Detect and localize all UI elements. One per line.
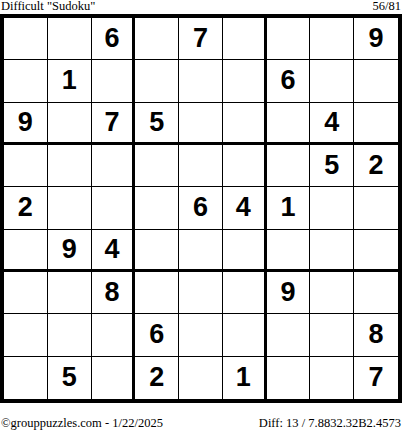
cell-r9c7-empty[interactable] [267,357,311,399]
cell-r2c9-empty[interactable] [354,60,398,102]
cell-r7c8-empty[interactable] [310,272,354,314]
cell-r5c4-empty[interactable] [135,187,179,229]
cell-r8c6-empty[interactable] [223,314,267,356]
cell-r8c5-empty[interactable] [179,314,223,356]
cell-r2c8-empty[interactable] [310,60,354,102]
cell-r5c9-empty[interactable] [354,187,398,229]
cell-r2c5-empty[interactable] [179,60,223,102]
cell-r4c2-empty[interactable] [48,145,92,187]
cell-r3c9-empty[interactable] [354,103,398,145]
cell-r1c7-empty[interactable] [267,18,311,60]
cell-r5c6-given[interactable]: 4 [223,187,267,229]
sudoku-page: Difficult "Sudoku" 56/81 679169754522641… [0,0,402,437]
cell-r2c6-empty[interactable] [223,60,267,102]
footer-copyright: ©grouppuzzles.com - 1/22/2025 [1,416,163,430]
cell-r4c7-empty[interactable] [267,145,311,187]
cell-r9c2-given[interactable]: 5 [48,357,92,399]
cell-r4c8-given[interactable]: 5 [310,145,354,187]
cell-r8c7-empty[interactable] [267,314,311,356]
cell-r7c3-given[interactable]: 8 [92,272,136,314]
cell-r7c7-given[interactable]: 9 [267,272,311,314]
cell-r3c6-empty[interactable] [223,103,267,145]
cell-r7c1-empty[interactable] [4,272,48,314]
cell-r4c9-given[interactable]: 2 [354,145,398,187]
cell-r9c6-given[interactable]: 1 [223,357,267,399]
page-title: Difficult "Sudoku" [1,0,95,13]
cell-r3c2-empty[interactable] [48,103,92,145]
cell-r3c1-given[interactable]: 9 [4,103,48,145]
sudoku-board: 6791697545226419489685217 [0,14,402,403]
cell-r7c4-empty[interactable] [135,272,179,314]
cell-r5c8-empty[interactable] [310,187,354,229]
cell-r4c6-empty[interactable] [223,145,267,187]
cell-r8c8-empty[interactable] [310,314,354,356]
cell-r3c7-empty[interactable] [267,103,311,145]
cell-r2c4-empty[interactable] [135,60,179,102]
cell-r3c3-given[interactable]: 7 [92,103,136,145]
cell-r1c2-empty[interactable] [48,18,92,60]
cell-r5c7-given[interactable]: 1 [267,187,311,229]
cell-r9c9-given[interactable]: 7 [354,357,398,399]
cell-r2c1-empty[interactable] [4,60,48,102]
cell-r6c9-empty[interactable] [354,230,398,272]
cell-r7c9-empty[interactable] [354,272,398,314]
cell-r1c6-empty[interactable] [223,18,267,60]
footer-difficulty: Diff: 13 / 7.8832.32B2.4573 [259,416,401,430]
cell-r9c4-given[interactable]: 2 [135,357,179,399]
cell-r6c8-empty[interactable] [310,230,354,272]
cell-r4c4-empty[interactable] [135,145,179,187]
cell-r9c1-empty[interactable] [4,357,48,399]
cell-r2c2-given[interactable]: 1 [48,60,92,102]
cell-r6c2-given[interactable]: 9 [48,230,92,272]
cell-r1c5-given[interactable]: 7 [179,18,223,60]
cell-r1c8-empty[interactable] [310,18,354,60]
cell-r4c5-empty[interactable] [179,145,223,187]
cell-r6c3-given[interactable]: 4 [92,230,136,272]
cell-r5c1-given[interactable]: 2 [4,187,48,229]
cell-r4c3-empty[interactable] [92,145,136,187]
cell-r8c3-empty[interactable] [92,314,136,356]
cell-r8c9-given[interactable]: 8 [354,314,398,356]
cell-r8c2-empty[interactable] [48,314,92,356]
cell-r9c5-empty[interactable] [179,357,223,399]
cells-remaining-counter: 56/81 [373,0,401,13]
cell-r3c4-given[interactable]: 5 [135,103,179,145]
cell-r9c3-empty[interactable] [92,357,136,399]
cell-r6c1-empty[interactable] [4,230,48,272]
cell-r1c4-empty[interactable] [135,18,179,60]
cell-r1c3-given[interactable]: 6 [92,18,136,60]
header: Difficult "Sudoku" 56/81 [0,0,402,14]
cell-r6c6-empty[interactable] [223,230,267,272]
cell-r8c4-given[interactable]: 6 [135,314,179,356]
cell-r7c2-empty[interactable] [48,272,92,314]
cell-r7c5-empty[interactable] [179,272,223,314]
cell-r2c7-given[interactable]: 6 [267,60,311,102]
cell-r1c1-empty[interactable] [4,18,48,60]
cell-r6c5-empty[interactable] [179,230,223,272]
cell-r6c4-empty[interactable] [135,230,179,272]
cell-r3c5-empty[interactable] [179,103,223,145]
footer: ©grouppuzzles.com - 1/22/2025 Diff: 13 /… [0,416,402,430]
cell-r6c7-empty[interactable] [267,230,311,272]
cell-r5c3-empty[interactable] [92,187,136,229]
cell-r3c8-given[interactable]: 4 [310,103,354,145]
cell-r8c1-empty[interactable] [4,314,48,356]
cell-r5c5-given[interactable]: 6 [179,187,223,229]
cell-r4c1-empty[interactable] [4,145,48,187]
cell-r2c3-empty[interactable] [92,60,136,102]
cell-r1c9-given[interactable]: 9 [354,18,398,60]
cell-r9c8-empty[interactable] [310,357,354,399]
cell-r7c6-empty[interactable] [223,272,267,314]
cell-r5c2-empty[interactable] [48,187,92,229]
